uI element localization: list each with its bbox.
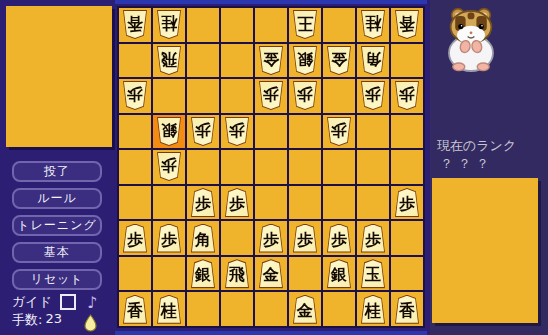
square-4-2[interactable]: 銀 (289, 44, 321, 78)
square-9-4[interactable] (119, 115, 151, 149)
sente-piece-歩[interactable]: 歩 (156, 224, 182, 253)
square-7-7[interactable]: 角 (187, 221, 219, 255)
sente-piece-飛[interactable]: 飛 (224, 259, 250, 288)
move-count-value: 23 (45, 311, 62, 329)
square-3-8[interactable]: 銀 (323, 257, 355, 291)
square-3-9[interactable] (323, 292, 355, 326)
hamster-mascot-icon (444, 6, 498, 76)
square-5-4[interactable] (255, 115, 287, 149)
gote-piece-銀[interactable]: 銀 (292, 46, 318, 75)
square-5-3[interactable]: 歩 (255, 79, 287, 113)
square-7-4[interactable]: 歩 (187, 115, 219, 149)
square-9-2[interactable] (119, 44, 151, 78)
square-2-8[interactable]: 玉 (357, 257, 389, 291)
square-8-8[interactable] (153, 257, 185, 291)
shogi-board: 香桂王桂香飛金銀金角歩歩歩歩歩銀歩歩歩歩歩歩歩歩歩角歩歩歩歩銀飛金銀玉香桂金桂香 (117, 6, 425, 328)
sente-piece-香[interactable]: 香 (122, 295, 148, 324)
square-6-2[interactable] (221, 44, 253, 78)
current-rank-label: 現在のランク (437, 137, 516, 155)
current-rank-value: ？？？ (440, 155, 494, 173)
square-9-7[interactable]: 歩 (119, 221, 151, 255)
sente-piece-歩[interactable]: 歩 (326, 224, 352, 253)
sente-piece-歩[interactable]: 歩 (122, 224, 148, 253)
music-note-icon[interactable]: ♪ (87, 293, 97, 312)
move-count-label: 手数: (12, 311, 42, 329)
square-1-9[interactable]: 香 (391, 292, 423, 326)
training-button[interactable]: トレーニング (12, 215, 102, 236)
square-2-9[interactable]: 桂 (357, 292, 389, 326)
gote-piece-香[interactable]: 香 (394, 10, 420, 39)
square-8-6[interactable] (153, 186, 185, 220)
gote-piece-歩[interactable]: 歩 (122, 81, 148, 110)
square-6-4[interactable]: 歩 (221, 115, 253, 149)
square-2-5[interactable] (357, 150, 389, 184)
square-9-1[interactable]: 香 (119, 8, 151, 42)
square-4-7[interactable]: 歩 (289, 221, 321, 255)
square-7-1[interactable] (187, 8, 219, 42)
square-7-9[interactable] (187, 292, 219, 326)
board-bottom-edge (115, 331, 427, 335)
square-1-8[interactable] (391, 257, 423, 291)
square-8-2[interactable]: 飛 (153, 44, 185, 78)
square-1-2[interactable] (391, 44, 423, 78)
square-8-5[interactable]: 歩 (153, 150, 185, 184)
square-8-9[interactable]: 桂 (153, 292, 185, 326)
square-3-6[interactable] (323, 186, 355, 220)
sente-piece-歩[interactable]: 歩 (360, 224, 386, 253)
square-2-6[interactable] (357, 186, 389, 220)
sente-piece-玉[interactable]: 玉 (360, 259, 386, 288)
square-8-7[interactable]: 歩 (153, 221, 185, 255)
sente-piece-歩[interactable]: 歩 (190, 188, 216, 217)
square-7-2[interactable] (187, 44, 219, 78)
resign-button[interactable]: 投了 (12, 161, 102, 182)
square-3-5[interactable] (323, 150, 355, 184)
square-5-2[interactable]: 金 (255, 44, 287, 78)
gote-piece-歩[interactable]: 歩 (258, 81, 284, 110)
gote-piece-桂[interactable]: 桂 (360, 10, 386, 39)
guide-row: ガイド (12, 294, 76, 310)
square-1-1[interactable]: 香 (391, 8, 423, 42)
square-4-4[interactable] (289, 115, 321, 149)
gote-captured-pieces-stand[interactable] (6, 6, 112, 147)
square-8-4[interactable]: 銀 (153, 115, 185, 149)
gote-piece-歩[interactable]: 歩 (224, 117, 250, 146)
square-6-9[interactable] (221, 292, 253, 326)
sente-piece-歩[interactable]: 歩 (292, 224, 318, 253)
sente-piece-香[interactable]: 香 (394, 295, 420, 324)
square-7-6[interactable]: 歩 (187, 186, 219, 220)
square-1-5[interactable] (391, 150, 423, 184)
square-5-5[interactable] (255, 150, 287, 184)
basic-button[interactable]: 基本 (12, 242, 102, 263)
square-2-3[interactable]: 歩 (357, 79, 389, 113)
square-2-4[interactable] (357, 115, 389, 149)
square-8-1[interactable]: 桂 (153, 8, 185, 42)
sente-piece-歩[interactable]: 歩 (224, 188, 250, 217)
gote-piece-歩[interactable]: 歩 (156, 152, 182, 181)
square-7-8[interactable]: 銀 (187, 257, 219, 291)
square-5-6[interactable] (255, 186, 287, 220)
board-top-edge (115, 0, 427, 4)
square-6-5[interactable] (221, 150, 253, 184)
square-4-3[interactable]: 歩 (289, 79, 321, 113)
square-4-9[interactable]: 金 (289, 292, 321, 326)
gote-piece-歩[interactable]: 歩 (394, 81, 420, 110)
gote-piece-桂[interactable]: 桂 (156, 10, 182, 39)
gote-piece-歩[interactable]: 歩 (190, 117, 216, 146)
square-5-7[interactable]: 歩 (255, 221, 287, 255)
sente-captured-pieces-stand[interactable] (432, 178, 538, 323)
move-counter: 手数: 23 (12, 311, 62, 329)
square-2-2[interactable]: 角 (357, 44, 389, 78)
square-9-8[interactable] (119, 257, 151, 291)
square-6-7[interactable] (221, 221, 253, 255)
square-3-4[interactable]: 歩 (323, 115, 355, 149)
sente-piece-銀[interactable]: 銀 (190, 259, 216, 288)
sente-piece-歩[interactable]: 歩 (258, 224, 284, 253)
guide-checkbox[interactable] (60, 294, 76, 310)
square-6-3[interactable] (221, 79, 253, 113)
square-1-3[interactable]: 歩 (391, 79, 423, 113)
guide-label: ガイド (12, 293, 52, 311)
square-1-7[interactable] (391, 221, 423, 255)
gote-piece-歩[interactable]: 歩 (292, 81, 318, 110)
square-9-9[interactable]: 香 (119, 292, 151, 326)
square-8-3[interactable] (153, 79, 185, 113)
sente-piece-角[interactable]: 角 (190, 224, 216, 253)
sente-piece-桂[interactable]: 桂 (156, 295, 182, 324)
square-9-3[interactable]: 歩 (119, 79, 151, 113)
square-2-1[interactable]: 桂 (357, 8, 389, 42)
gote-piece-銀[interactable]: 銀 (156, 117, 182, 146)
square-4-5[interactable] (289, 150, 321, 184)
square-6-8[interactable]: 飛 (221, 257, 253, 291)
menu: 投了 ルール トレーニング 基本 リセット (12, 161, 102, 290)
gote-piece-角[interactable]: 角 (360, 46, 386, 75)
square-2-7[interactable]: 歩 (357, 221, 389, 255)
square-7-3[interactable] (187, 79, 219, 113)
sente-piece-金[interactable]: 金 (258, 259, 284, 288)
reset-button[interactable]: リセット (12, 269, 102, 290)
square-1-6[interactable]: 歩 (391, 186, 423, 220)
gote-piece-歩[interactable]: 歩 (360, 81, 386, 110)
square-1-4[interactable] (391, 115, 423, 149)
sound-droplet-icon[interactable] (83, 314, 98, 335)
square-3-1[interactable] (323, 8, 355, 42)
square-4-8[interactable] (289, 257, 321, 291)
square-9-5[interactable] (119, 150, 151, 184)
gote-piece-金[interactable]: 金 (258, 46, 284, 75)
sente-piece-歩[interactable]: 歩 (394, 188, 420, 217)
sente-piece-金[interactable]: 金 (292, 295, 318, 324)
gote-piece-歩[interactable]: 歩 (326, 117, 352, 146)
square-5-8[interactable]: 金 (255, 257, 287, 291)
gote-piece-飛[interactable]: 飛 (156, 46, 182, 75)
gote-piece-香[interactable]: 香 (122, 10, 148, 39)
square-6-6[interactable]: 歩 (221, 186, 253, 220)
square-3-3[interactable] (323, 79, 355, 113)
gote-piece-金[interactable]: 金 (326, 46, 352, 75)
square-5-9[interactable] (255, 292, 287, 326)
square-3-7[interactable]: 歩 (323, 221, 355, 255)
square-9-6[interactable] (119, 186, 151, 220)
square-6-1[interactable] (221, 8, 253, 42)
square-4-1[interactable]: 王 (289, 8, 321, 42)
gote-piece-王[interactable]: 王 (292, 10, 318, 39)
square-7-5[interactable] (187, 150, 219, 184)
sente-piece-銀[interactable]: 銀 (326, 259, 352, 288)
square-4-6[interactable] (289, 186, 321, 220)
rules-button[interactable]: ルール (12, 188, 102, 209)
square-5-1[interactable] (255, 8, 287, 42)
sente-piece-桂[interactable]: 桂 (360, 295, 386, 324)
square-3-2[interactable]: 金 (323, 44, 355, 78)
